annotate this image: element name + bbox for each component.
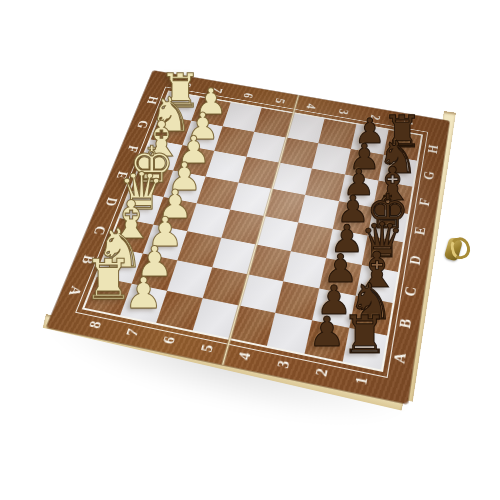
rank-label-bottom-4: 4 <box>226 336 262 376</box>
piece-black-rook-a1[interactable]: ♜ <box>339 309 391 361</box>
rank-label-bottom-7: 7 <box>113 313 151 352</box>
product-photo-scene: 87654321 87654321 HGFEDCBA HGFEDCBA ♜♟♟♜… <box>0 0 500 500</box>
rank-label-bottom-1: 1 <box>344 360 379 402</box>
rank-label-top-4: 4 <box>297 93 326 121</box>
rank-label-top-6: 6 <box>234 82 264 109</box>
rank-label-bottom-2: 2 <box>304 352 339 393</box>
piece-white-pawn-a7[interactable]: ♟ <box>122 272 165 315</box>
rank-label-top-5: 5 <box>265 87 294 114</box>
rank-label-bottom-6: 6 <box>150 321 188 361</box>
rank-label-bottom-3: 3 <box>265 344 301 385</box>
rank-label-bottom-5: 5 <box>188 328 225 368</box>
brass-clasp <box>440 233 471 268</box>
